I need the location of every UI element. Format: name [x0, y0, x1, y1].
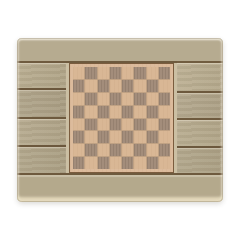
top-rail-plank [17, 38, 223, 61]
square-f7[interactable] [134, 80, 145, 92]
square-b7[interactable] [85, 80, 96, 92]
square-a3[interactable] [73, 131, 84, 143]
square-e7[interactable] [122, 80, 133, 92]
square-e6[interactable] [122, 93, 133, 105]
left-plank-1 [17, 61, 66, 88]
square-c1[interactable] [98, 157, 109, 169]
square-d2[interactable] [110, 144, 121, 156]
square-d6[interactable] [110, 93, 121, 105]
square-b5[interactable] [85, 106, 96, 118]
game-panel-slot [66, 61, 177, 173]
square-e3[interactable] [122, 131, 133, 143]
square-c2[interactable] [98, 144, 109, 156]
square-b6[interactable] [85, 93, 96, 105]
square-c4[interactable] [98, 119, 109, 131]
right-plank-column [177, 61, 223, 173]
square-h7[interactable] [159, 80, 170, 92]
square-f1[interactable] [134, 157, 145, 169]
square-d8[interactable] [110, 67, 121, 79]
square-c8[interactable] [98, 67, 109, 79]
square-g1[interactable] [147, 157, 158, 169]
square-c5[interactable] [98, 106, 109, 118]
square-c7[interactable] [98, 80, 109, 92]
square-a2[interactable] [73, 144, 84, 156]
checkerboard [73, 67, 170, 169]
square-f4[interactable] [134, 119, 145, 131]
square-e1[interactable] [122, 157, 133, 169]
square-h8[interactable] [159, 67, 170, 79]
square-h2[interactable] [159, 144, 170, 156]
right-plank-1 [177, 61, 223, 91]
square-a5[interactable] [73, 106, 84, 118]
square-b3[interactable] [85, 131, 96, 143]
left-plank-4 [17, 145, 66, 173]
square-b1[interactable] [85, 157, 96, 169]
square-g3[interactable] [147, 131, 158, 143]
product-photo [0, 0, 240, 240]
square-e4[interactable] [122, 119, 133, 131]
square-g8[interactable] [147, 67, 158, 79]
checkerboard-panel [69, 63, 174, 173]
square-b8[interactable] [85, 67, 96, 79]
left-plank-column [17, 61, 66, 173]
square-a8[interactable] [73, 67, 84, 79]
square-c6[interactable] [98, 93, 109, 105]
square-h6[interactable] [159, 93, 170, 105]
bottom-rail-plank [17, 173, 223, 202]
left-plank-2 [17, 88, 66, 117]
board-middle-section [17, 61, 223, 173]
square-d7[interactable] [110, 80, 121, 92]
right-plank-4 [177, 146, 223, 173]
square-e8[interactable] [122, 67, 133, 79]
square-f2[interactable] [134, 144, 145, 156]
square-a4[interactable] [73, 119, 84, 131]
square-h1[interactable] [159, 157, 170, 169]
square-h5[interactable] [159, 106, 170, 118]
square-d5[interactable] [110, 106, 121, 118]
square-a6[interactable] [73, 93, 84, 105]
square-h4[interactable] [159, 119, 170, 131]
square-f5[interactable] [134, 106, 145, 118]
square-a7[interactable] [73, 80, 84, 92]
square-d3[interactable] [110, 131, 121, 143]
square-e2[interactable] [122, 144, 133, 156]
square-g2[interactable] [147, 144, 158, 156]
square-a1[interactable] [73, 157, 84, 169]
square-f6[interactable] [134, 93, 145, 105]
square-h3[interactable] [159, 131, 170, 143]
square-e5[interactable] [122, 106, 133, 118]
square-d4[interactable] [110, 119, 121, 131]
right-plank-2 [177, 91, 223, 118]
square-f3[interactable] [134, 131, 145, 143]
square-g6[interactable] [147, 93, 158, 105]
wooden-game-board [17, 38, 223, 202]
square-d1[interactable] [110, 157, 121, 169]
square-g5[interactable] [147, 106, 158, 118]
square-g4[interactable] [147, 119, 158, 131]
square-f8[interactable] [134, 67, 145, 79]
square-c3[interactable] [98, 131, 109, 143]
left-plank-3 [17, 117, 66, 145]
square-b2[interactable] [85, 144, 96, 156]
square-g7[interactable] [147, 80, 158, 92]
right-plank-3 [177, 118, 223, 146]
square-b4[interactable] [85, 119, 96, 131]
